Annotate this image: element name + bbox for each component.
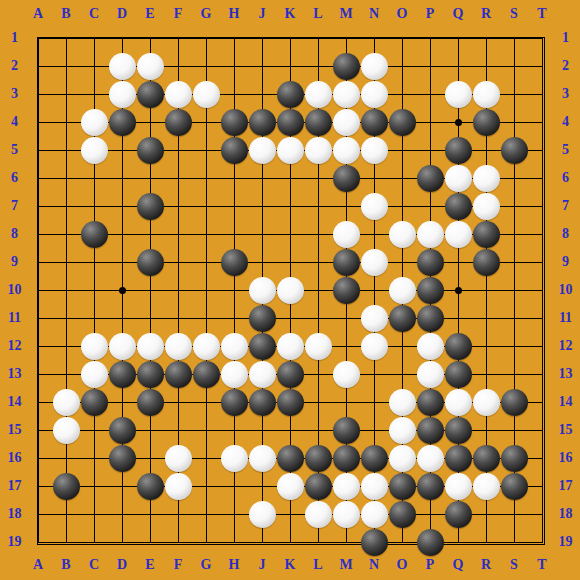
stone-white-O14[interactable] xyxy=(389,389,416,416)
coordinate-label-top-E: E xyxy=(138,6,162,22)
coordinate-label-bottom-T: T xyxy=(530,557,554,573)
stone-white-M13[interactable] xyxy=(333,361,360,388)
coordinate-label-top-K: K xyxy=(278,6,302,22)
stone-white-B15[interactable] xyxy=(53,417,80,444)
stone-white-N5[interactable] xyxy=(361,137,388,164)
stone-white-M5[interactable] xyxy=(333,137,360,164)
stone-black-P15[interactable] xyxy=(417,417,444,444)
stone-black-Q7[interactable] xyxy=(445,193,472,220)
stone-black-S17[interactable] xyxy=(501,473,528,500)
stone-black-L17[interactable] xyxy=(305,473,332,500)
stone-black-Q15[interactable] xyxy=(445,417,472,444)
stone-white-H12[interactable] xyxy=(221,333,248,360)
stone-white-M18[interactable] xyxy=(333,501,360,528)
star-point xyxy=(455,287,462,294)
stone-white-N3[interactable] xyxy=(361,81,388,108)
stone-black-P14[interactable] xyxy=(417,389,444,416)
stone-white-K12[interactable] xyxy=(277,333,304,360)
stone-black-H9[interactable] xyxy=(221,249,248,276)
star-point xyxy=(455,119,462,126)
coordinate-label-left-13: 13 xyxy=(2,366,27,382)
stone-black-K14[interactable] xyxy=(277,389,304,416)
stone-black-D4[interactable] xyxy=(109,109,136,136)
coordinate-label-right-3: 3 xyxy=(553,86,578,102)
coordinate-label-top-N: N xyxy=(362,6,386,22)
stone-white-C12[interactable] xyxy=(81,333,108,360)
stone-white-Q17[interactable] xyxy=(445,473,472,500)
coordinate-label-right-15: 15 xyxy=(553,422,578,438)
coordinate-label-bottom-D: D xyxy=(110,557,134,573)
coordinate-label-top-H: H xyxy=(222,6,246,22)
stone-white-M8[interactable] xyxy=(333,221,360,248)
stone-black-N16[interactable] xyxy=(361,445,388,472)
coordinate-label-right-1: 1 xyxy=(553,30,578,46)
coordinate-label-left-9: 9 xyxy=(2,254,27,270)
stone-black-N4[interactable] xyxy=(361,109,388,136)
stone-white-O16[interactable] xyxy=(389,445,416,472)
stone-black-O17[interactable] xyxy=(389,473,416,500)
coordinate-label-bottom-Q: Q xyxy=(446,557,470,573)
stone-black-F13[interactable] xyxy=(165,361,192,388)
coordinate-label-left-18: 18 xyxy=(2,506,27,522)
coordinate-label-right-7: 7 xyxy=(553,198,578,214)
stone-black-K16[interactable] xyxy=(277,445,304,472)
stone-white-Q8[interactable] xyxy=(445,221,472,248)
stone-black-S5[interactable] xyxy=(501,137,528,164)
stone-white-D2[interactable] xyxy=(109,53,136,80)
stone-white-P12[interactable] xyxy=(417,333,444,360)
stone-white-E2[interactable] xyxy=(137,53,164,80)
coordinate-label-bottom-K: K xyxy=(278,557,302,573)
stone-white-Q6[interactable] xyxy=(445,165,472,192)
stone-white-J13[interactable] xyxy=(249,361,276,388)
coordinate-label-right-8: 8 xyxy=(553,226,578,242)
coordinate-label-right-12: 12 xyxy=(553,338,578,354)
coordinate-label-top-O: O xyxy=(390,6,414,22)
stone-black-P19[interactable] xyxy=(417,529,444,556)
stone-black-K13[interactable] xyxy=(277,361,304,388)
coordinate-label-left-1: 1 xyxy=(2,30,27,46)
coordinate-label-right-13: 13 xyxy=(553,366,578,382)
stone-black-M6[interactable] xyxy=(333,165,360,192)
stone-black-M10[interactable] xyxy=(333,277,360,304)
stone-black-P9[interactable] xyxy=(417,249,444,276)
stone-black-Q12[interactable] xyxy=(445,333,472,360)
coordinate-label-top-R: R xyxy=(474,6,498,22)
coordinate-label-right-11: 11 xyxy=(553,310,578,326)
stone-white-F12[interactable] xyxy=(165,333,192,360)
stone-white-P16[interactable] xyxy=(417,445,444,472)
stone-black-H4[interactable] xyxy=(221,109,248,136)
coordinate-label-left-6: 6 xyxy=(2,170,27,186)
coordinate-label-bottom-L: L xyxy=(306,557,330,573)
stone-black-E9[interactable] xyxy=(137,249,164,276)
stone-white-N18[interactable] xyxy=(361,501,388,528)
coordinate-label-right-6: 6 xyxy=(553,170,578,186)
stone-white-K5[interactable] xyxy=(277,137,304,164)
stone-black-K3[interactable] xyxy=(277,81,304,108)
stone-black-O18[interactable] xyxy=(389,501,416,528)
stone-black-P17[interactable] xyxy=(417,473,444,500)
stone-white-O8[interactable] xyxy=(389,221,416,248)
coordinate-label-left-15: 15 xyxy=(2,422,27,438)
stone-black-M16[interactable] xyxy=(333,445,360,472)
stone-white-L3[interactable] xyxy=(305,81,332,108)
stone-white-P8[interactable] xyxy=(417,221,444,248)
stone-white-R17[interactable] xyxy=(473,473,500,500)
coordinate-label-top-P: P xyxy=(418,6,442,22)
stone-white-L5[interactable] xyxy=(305,137,332,164)
go-board[interactable]: AABBCCDDEEFFGGHHJJKKLLMMNNOOPPQQRRSSTT11… xyxy=(0,0,580,580)
coordinate-label-left-3: 3 xyxy=(2,86,27,102)
stone-white-R14[interactable] xyxy=(473,389,500,416)
coordinate-label-top-M: M xyxy=(334,6,358,22)
stone-white-E12[interactable] xyxy=(137,333,164,360)
stone-white-D12[interactable] xyxy=(109,333,136,360)
stone-white-O15[interactable] xyxy=(389,417,416,444)
stone-white-C13[interactable] xyxy=(81,361,108,388)
stone-black-M9[interactable] xyxy=(333,249,360,276)
stone-black-M2[interactable] xyxy=(333,53,360,80)
coordinate-label-top-A: A xyxy=(26,6,50,22)
stone-white-L12[interactable] xyxy=(305,333,332,360)
coordinate-label-bottom-R: R xyxy=(474,557,498,573)
stone-black-E14[interactable] xyxy=(137,389,164,416)
stone-white-G3[interactable] xyxy=(193,81,220,108)
coordinate-label-right-16: 16 xyxy=(553,450,578,466)
stone-black-N19[interactable] xyxy=(361,529,388,556)
stone-white-J10[interactable] xyxy=(249,277,276,304)
stone-black-R16[interactable] xyxy=(473,445,500,472)
stone-white-O10[interactable] xyxy=(389,277,416,304)
stone-black-J12[interactable] xyxy=(249,333,276,360)
stone-white-B14[interactable] xyxy=(53,389,80,416)
star-point xyxy=(119,287,126,294)
stone-white-N2[interactable] xyxy=(361,53,388,80)
stone-white-R3[interactable] xyxy=(473,81,500,108)
coordinate-label-right-9: 9 xyxy=(553,254,578,270)
stone-black-O4[interactable] xyxy=(389,109,416,136)
stone-black-Q5[interactable] xyxy=(445,137,472,164)
stone-black-Q13[interactable] xyxy=(445,361,472,388)
stone-white-J16[interactable] xyxy=(249,445,276,472)
go-board-page: AABBCCDDEEFFGGHHJJKKLLMMNNOOPPQQRRSSTT11… xyxy=(0,0,580,580)
coordinate-label-bottom-F: F xyxy=(166,557,190,573)
stone-white-N9[interactable] xyxy=(361,249,388,276)
stone-black-P10[interactable] xyxy=(417,277,444,304)
coordinate-label-bottom-J: J xyxy=(250,557,274,573)
stone-black-K4[interactable] xyxy=(277,109,304,136)
stone-black-Q18[interactable] xyxy=(445,501,472,528)
coordinate-label-bottom-O: O xyxy=(390,557,414,573)
stone-black-D15[interactable] xyxy=(109,417,136,444)
stone-white-R7[interactable] xyxy=(473,193,500,220)
stone-white-H13[interactable] xyxy=(221,361,248,388)
coordinate-label-left-16: 16 xyxy=(2,450,27,466)
coordinate-label-left-4: 4 xyxy=(2,114,27,130)
stone-black-D16[interactable] xyxy=(109,445,136,472)
coordinate-label-left-10: 10 xyxy=(2,282,27,298)
stone-white-F16[interactable] xyxy=(165,445,192,472)
coordinate-label-right-19: 19 xyxy=(553,534,578,550)
stone-white-Q3[interactable] xyxy=(445,81,472,108)
stone-white-K10[interactable] xyxy=(277,277,304,304)
coordinate-label-right-5: 5 xyxy=(553,142,578,158)
stone-black-S14[interactable] xyxy=(501,389,528,416)
stone-black-G13[interactable] xyxy=(193,361,220,388)
coordinate-label-bottom-M: M xyxy=(334,557,358,573)
stone-black-J14[interactable] xyxy=(249,389,276,416)
stone-black-J11[interactable] xyxy=(249,305,276,332)
coordinate-label-right-4: 4 xyxy=(553,114,578,130)
coordinate-label-top-F: F xyxy=(166,6,190,22)
stone-black-Q16[interactable] xyxy=(445,445,472,472)
coordinate-label-left-7: 7 xyxy=(2,198,27,214)
stone-white-L18[interactable] xyxy=(305,501,332,528)
stone-black-E17[interactable] xyxy=(137,473,164,500)
coordinate-label-bottom-C: C xyxy=(82,557,106,573)
stone-black-B17[interactable] xyxy=(53,473,80,500)
stone-black-E7[interactable] xyxy=(137,193,164,220)
stone-white-P13[interactable] xyxy=(417,361,444,388)
coordinate-label-bottom-A: A xyxy=(26,557,50,573)
stone-white-J5[interactable] xyxy=(249,137,276,164)
coordinate-label-left-5: 5 xyxy=(2,142,27,158)
coordinate-label-bottom-S: S xyxy=(502,557,526,573)
stone-black-O11[interactable] xyxy=(389,305,416,332)
stone-black-R8[interactable] xyxy=(473,221,500,248)
stone-black-H5[interactable] xyxy=(221,137,248,164)
coordinate-label-top-S: S xyxy=(502,6,526,22)
stone-white-D3[interactable] xyxy=(109,81,136,108)
stone-white-C5[interactable] xyxy=(81,137,108,164)
stone-white-F17[interactable] xyxy=(165,473,192,500)
stone-black-L16[interactable] xyxy=(305,445,332,472)
coordinate-label-top-C: C xyxy=(82,6,106,22)
stone-white-G12[interactable] xyxy=(193,333,220,360)
stone-white-N17[interactable] xyxy=(361,473,388,500)
coordinate-label-right-18: 18 xyxy=(553,506,578,522)
stone-black-H14[interactable] xyxy=(221,389,248,416)
stone-black-C14[interactable] xyxy=(81,389,108,416)
stone-black-P11[interactable] xyxy=(417,305,444,332)
coordinate-label-left-14: 14 xyxy=(2,394,27,410)
coordinate-label-bottom-E: E xyxy=(138,557,162,573)
stone-black-S16[interactable] xyxy=(501,445,528,472)
coordinate-label-left-17: 17 xyxy=(2,478,27,494)
stone-white-J18[interactable] xyxy=(249,501,276,528)
coordinate-label-right-14: 14 xyxy=(553,394,578,410)
stone-black-R9[interactable] xyxy=(473,249,500,276)
stone-white-N12[interactable] xyxy=(361,333,388,360)
coordinate-label-left-11: 11 xyxy=(2,310,27,326)
stone-black-D13[interactable] xyxy=(109,361,136,388)
coordinate-label-top-J: J xyxy=(250,6,274,22)
stone-black-C8[interactable] xyxy=(81,221,108,248)
coordinate-label-top-D: D xyxy=(110,6,134,22)
coordinate-label-bottom-N: N xyxy=(362,557,386,573)
coordinate-label-right-10: 10 xyxy=(553,282,578,298)
coordinate-label-top-Q: Q xyxy=(446,6,470,22)
stone-black-L4[interactable] xyxy=(305,109,332,136)
coordinate-label-top-L: L xyxy=(306,6,330,22)
coordinate-label-bottom-G: G xyxy=(194,557,218,573)
stone-black-F4[interactable] xyxy=(165,109,192,136)
stone-white-M17[interactable] xyxy=(333,473,360,500)
coordinate-label-top-B: B xyxy=(54,6,78,22)
coordinate-label-bottom-P: P xyxy=(418,557,442,573)
stone-white-C4[interactable] xyxy=(81,109,108,136)
stone-white-M4[interactable] xyxy=(333,109,360,136)
coordinate-label-left-8: 8 xyxy=(2,226,27,242)
coordinate-label-left-12: 12 xyxy=(2,338,27,354)
stone-white-K17[interactable] xyxy=(277,473,304,500)
coordinate-label-bottom-B: B xyxy=(54,557,78,573)
stone-black-E3[interactable] xyxy=(137,81,164,108)
stone-white-R6[interactable] xyxy=(473,165,500,192)
coordinate-label-left-19: 19 xyxy=(2,534,27,550)
coordinate-label-top-T: T xyxy=(530,6,554,22)
stone-black-E13[interactable] xyxy=(137,361,164,388)
stone-white-N11[interactable] xyxy=(361,305,388,332)
stone-black-P6[interactable] xyxy=(417,165,444,192)
stone-white-Q14[interactable] xyxy=(445,389,472,416)
stone-black-J4[interactable] xyxy=(249,109,276,136)
coordinate-label-right-17: 17 xyxy=(553,478,578,494)
stone-white-F3[interactable] xyxy=(165,81,192,108)
stone-white-M3[interactable] xyxy=(333,81,360,108)
coordinate-label-right-2: 2 xyxy=(553,58,578,74)
stone-white-N7[interactable] xyxy=(361,193,388,220)
stone-black-R4[interactable] xyxy=(473,109,500,136)
coordinate-label-top-G: G xyxy=(194,6,218,22)
coordinate-label-left-2: 2 xyxy=(2,58,27,74)
stone-white-H16[interactable] xyxy=(221,445,248,472)
stone-black-M15[interactable] xyxy=(333,417,360,444)
stone-black-E5[interactable] xyxy=(137,137,164,164)
coordinate-label-bottom-H: H xyxy=(222,557,246,573)
